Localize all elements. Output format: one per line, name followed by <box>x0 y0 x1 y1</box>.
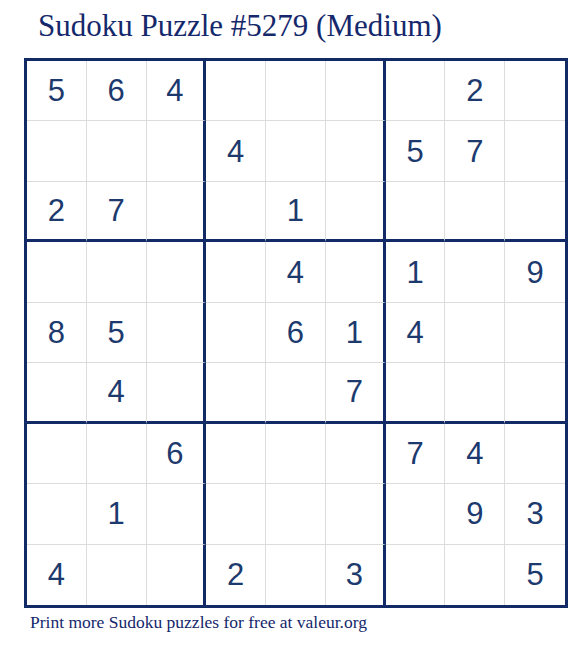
sudoku-cell[interactable]: 3 <box>505 484 565 544</box>
sudoku-cell[interactable] <box>147 303 207 363</box>
sudoku-cell[interactable] <box>27 242 87 302</box>
sudoku-cell[interactable]: 5 <box>87 303 147 363</box>
sudoku-cell[interactable] <box>147 484 207 544</box>
sudoku-cell[interactable]: 9 <box>505 242 565 302</box>
sudoku-cell[interactable] <box>206 182 266 242</box>
sudoku-cell[interactable] <box>326 61 386 121</box>
sudoku-cell[interactable]: 1 <box>87 484 147 544</box>
sudoku-cell[interactable]: 1 <box>326 303 386 363</box>
sudoku-cell[interactable]: 7 <box>386 424 446 484</box>
sudoku-cell[interactable] <box>206 61 266 121</box>
sudoku-cell[interactable]: 1 <box>386 242 446 302</box>
sudoku-cell[interactable] <box>386 484 446 544</box>
sudoku-cell[interactable]: 4 <box>87 363 147 423</box>
sudoku-cell[interactable]: 7 <box>87 182 147 242</box>
sudoku-cell[interactable]: 4 <box>445 424 505 484</box>
sudoku-cell[interactable] <box>147 242 207 302</box>
sudoku-cell[interactable] <box>505 121 565 181</box>
sudoku-cell[interactable]: 4 <box>27 545 87 605</box>
sudoku-cell[interactable] <box>87 424 147 484</box>
sudoku-cell[interactable] <box>266 545 326 605</box>
sudoku-cell[interactable]: 1 <box>266 182 326 242</box>
sudoku-cell[interactable] <box>386 182 446 242</box>
sudoku-cell[interactable]: 4 <box>386 303 446 363</box>
sudoku-cell[interactable] <box>87 242 147 302</box>
sudoku-cell[interactable]: 5 <box>505 545 565 605</box>
sudoku-cell[interactable] <box>147 545 207 605</box>
sudoku-cell[interactable]: 7 <box>445 121 505 181</box>
sudoku-cell[interactable]: 6 <box>87 61 147 121</box>
sudoku-cell[interactable]: 7 <box>326 363 386 423</box>
sudoku-cell[interactable] <box>206 242 266 302</box>
sudoku-cell[interactable] <box>386 363 446 423</box>
sudoku-cell[interactable] <box>27 121 87 181</box>
sudoku-cell[interactable] <box>27 484 87 544</box>
sudoku-cell[interactable]: 2 <box>27 182 87 242</box>
sudoku-cell[interactable] <box>445 303 505 363</box>
sudoku-cell[interactable]: 4 <box>147 61 207 121</box>
sudoku-cell[interactable]: 4 <box>266 242 326 302</box>
sudoku-cell[interactable] <box>87 121 147 181</box>
sudoku-cell[interactable] <box>326 182 386 242</box>
sudoku-cell[interactable] <box>505 61 565 121</box>
sudoku-cell[interactable]: 2 <box>206 545 266 605</box>
sudoku-page: Sudoku Puzzle #5279 (Medium) 56424572714… <box>0 0 574 651</box>
sudoku-cell[interactable] <box>326 424 386 484</box>
sudoku-cell[interactable] <box>87 545 147 605</box>
sudoku-cell[interactable]: 6 <box>147 424 207 484</box>
sudoku-cell[interactable] <box>445 363 505 423</box>
sudoku-cell[interactable] <box>266 484 326 544</box>
puzzle-title: Sudoku Puzzle #5279 (Medium) <box>38 8 442 44</box>
sudoku-cell[interactable] <box>266 61 326 121</box>
sudoku-cell[interactable]: 4 <box>206 121 266 181</box>
sudoku-cell[interactable] <box>206 363 266 423</box>
sudoku-cell[interactable] <box>266 121 326 181</box>
sudoku-cell[interactable] <box>326 242 386 302</box>
sudoku-cell[interactable] <box>147 363 207 423</box>
sudoku-cell[interactable] <box>505 424 565 484</box>
sudoku-cell[interactable] <box>266 363 326 423</box>
sudoku-cell[interactable] <box>386 545 446 605</box>
sudoku-cell[interactable] <box>445 182 505 242</box>
sudoku-cell[interactable] <box>505 182 565 242</box>
sudoku-cell[interactable] <box>326 121 386 181</box>
footer-text: Print more Sudoku puzzles for free at va… <box>30 612 367 633</box>
sudoku-cell[interactable] <box>326 484 386 544</box>
sudoku-board: 564245727141985614476741934235 <box>24 58 568 608</box>
sudoku-cell[interactable] <box>445 545 505 605</box>
sudoku-cell[interactable] <box>27 424 87 484</box>
sudoku-cell[interactable]: 8 <box>27 303 87 363</box>
sudoku-cell[interactable] <box>147 121 207 181</box>
sudoku-cell[interactable] <box>386 61 446 121</box>
sudoku-cell[interactable] <box>27 363 87 423</box>
sudoku-cell[interactable]: 9 <box>445 484 505 544</box>
sudoku-cell[interactable] <box>266 424 326 484</box>
sudoku-cell[interactable] <box>445 242 505 302</box>
sudoku-cell[interactable]: 6 <box>266 303 326 363</box>
sudoku-cell[interactable]: 5 <box>27 61 87 121</box>
sudoku-cell[interactable] <box>505 363 565 423</box>
sudoku-cell[interactable] <box>505 303 565 363</box>
sudoku-cell[interactable]: 5 <box>386 121 446 181</box>
sudoku-cell[interactable] <box>147 182 207 242</box>
sudoku-cell[interactable]: 3 <box>326 545 386 605</box>
sudoku-cell[interactable]: 2 <box>445 61 505 121</box>
sudoku-cell[interactable] <box>206 303 266 363</box>
sudoku-cell[interactable] <box>206 484 266 544</box>
sudoku-cell[interactable] <box>206 424 266 484</box>
